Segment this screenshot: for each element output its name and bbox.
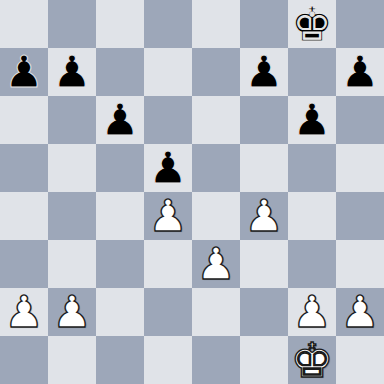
square-a7[interactable]: ♟ — [0, 48, 48, 96]
black-pawn[interactable]: ♟ — [100, 96, 139, 144]
square-b5[interactable] — [48, 144, 96, 192]
square-g6[interactable]: ♟ — [288, 96, 336, 144]
square-g3[interactable] — [288, 240, 336, 288]
square-f6[interactable] — [240, 96, 288, 144]
square-d3[interactable] — [144, 240, 192, 288]
square-g5[interactable] — [288, 144, 336, 192]
square-b1[interactable] — [48, 336, 96, 384]
white-king[interactable]: ♚ — [290, 336, 333, 384]
square-a6[interactable] — [0, 96, 48, 144]
square-e2[interactable] — [192, 288, 240, 336]
square-f8[interactable] — [240, 0, 288, 48]
white-pawn[interactable]: ♟ — [340, 288, 379, 336]
square-g4[interactable] — [288, 192, 336, 240]
square-h8[interactable] — [336, 0, 384, 48]
square-e5[interactable] — [192, 144, 240, 192]
square-c1[interactable] — [96, 336, 144, 384]
square-a8[interactable] — [0, 0, 48, 48]
square-d4[interactable]: ♟ — [144, 192, 192, 240]
square-b3[interactable] — [48, 240, 96, 288]
square-g2[interactable]: ♟ — [288, 288, 336, 336]
white-pawn[interactable]: ♟ — [196, 240, 235, 288]
square-c7[interactable] — [96, 48, 144, 96]
square-h2[interactable]: ♟ — [336, 288, 384, 336]
black-pawn[interactable]: ♟ — [340, 48, 379, 96]
square-f1[interactable] — [240, 336, 288, 384]
square-d7[interactable] — [144, 48, 192, 96]
black-pawn[interactable]: ♟ — [52, 48, 91, 96]
square-a2[interactable]: ♟ — [0, 288, 48, 336]
square-f4[interactable]: ♟ — [240, 192, 288, 240]
square-g7[interactable] — [288, 48, 336, 96]
square-c4[interactable] — [96, 192, 144, 240]
square-e6[interactable] — [192, 96, 240, 144]
square-h1[interactable] — [336, 336, 384, 384]
square-e3[interactable]: ♟ — [192, 240, 240, 288]
black-pawn[interactable]: ♟ — [4, 48, 43, 96]
square-f2[interactable] — [240, 288, 288, 336]
square-d2[interactable] — [144, 288, 192, 336]
square-d8[interactable] — [144, 0, 192, 48]
square-d5[interactable]: ♟ — [144, 144, 192, 192]
square-h4[interactable] — [336, 192, 384, 240]
white-pawn[interactable]: ♟ — [4, 288, 43, 336]
square-c3[interactable] — [96, 240, 144, 288]
square-f3[interactable] — [240, 240, 288, 288]
white-pawn[interactable]: ♟ — [148, 192, 187, 240]
black-pawn[interactable]: ♟ — [292, 96, 331, 144]
square-d6[interactable] — [144, 96, 192, 144]
square-a3[interactable] — [0, 240, 48, 288]
square-h7[interactable]: ♟ — [336, 48, 384, 96]
white-pawn[interactable]: ♟ — [244, 192, 283, 240]
square-f5[interactable] — [240, 144, 288, 192]
square-e4[interactable] — [192, 192, 240, 240]
square-e1[interactable] — [192, 336, 240, 384]
square-c5[interactable] — [96, 144, 144, 192]
square-d1[interactable] — [144, 336, 192, 384]
square-a5[interactable] — [0, 144, 48, 192]
square-b4[interactable] — [48, 192, 96, 240]
square-h3[interactable] — [336, 240, 384, 288]
square-b6[interactable] — [48, 96, 96, 144]
square-g1[interactable]: ♚ — [288, 336, 336, 384]
square-h5[interactable] — [336, 144, 384, 192]
square-h6[interactable] — [336, 96, 384, 144]
white-pawn[interactable]: ♟ — [292, 288, 331, 336]
square-a1[interactable] — [0, 336, 48, 384]
square-b2[interactable]: ♟ — [48, 288, 96, 336]
square-e8[interactable] — [192, 0, 240, 48]
square-c8[interactable] — [96, 0, 144, 48]
black-pawn[interactable]: ♟ — [244, 48, 283, 96]
square-e7[interactable] — [192, 48, 240, 96]
square-b8[interactable] — [48, 0, 96, 48]
square-f7[interactable]: ♟ — [240, 48, 288, 96]
black-king[interactable]: ♚ — [290, 0, 333, 48]
chess-board: ♚♟♟♟♟♟♟♟♟♟♟♟♟♟♟♚ — [0, 0, 384, 384]
square-b7[interactable]: ♟ — [48, 48, 96, 96]
square-g8[interactable]: ♚ — [288, 0, 336, 48]
square-c2[interactable] — [96, 288, 144, 336]
square-c6[interactable]: ♟ — [96, 96, 144, 144]
white-pawn[interactable]: ♟ — [52, 288, 91, 336]
black-pawn[interactable]: ♟ — [148, 144, 187, 192]
square-a4[interactable] — [0, 192, 48, 240]
